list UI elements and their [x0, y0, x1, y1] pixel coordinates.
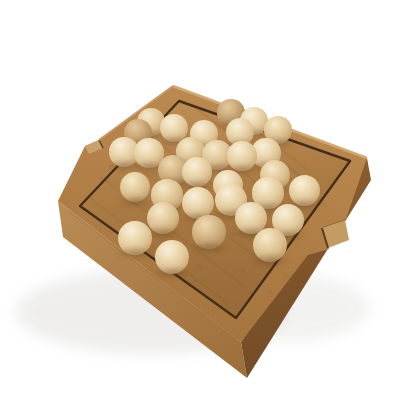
product-photo-scene: [0, 0, 400, 400]
marble[interactable]: [155, 240, 189, 274]
marble[interactable]: [120, 172, 151, 203]
marble[interactable]: [253, 228, 287, 262]
marble[interactable]: [182, 187, 214, 219]
marble[interactable]: [182, 157, 212, 187]
marble[interactable]: [192, 215, 225, 248]
marble[interactable]: [227, 141, 256, 170]
marble[interactable]: [289, 175, 320, 206]
marble[interactable]: [118, 221, 151, 254]
balls-layer: [0, 0, 400, 400]
marble[interactable]: [147, 202, 179, 234]
